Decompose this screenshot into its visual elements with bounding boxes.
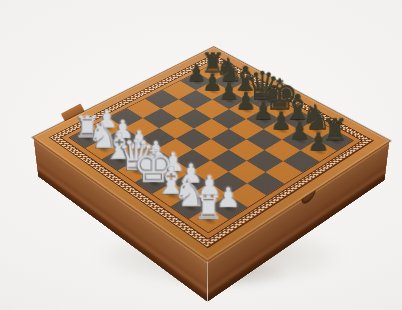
chess-box: ♜♞♝♛♚♝♞♜♟♟♟♟♟♟♟♟♟♟♟♟♟♟♟♟♜♞♝♛♚♝♞♜ bbox=[33, 47, 389, 260]
white-rook-h1[interactable]: ♜ bbox=[175, 191, 241, 224]
stage: ♜♞♝♛♚♝♞♜♟♟♟♟♟♟♟♟♟♟♟♟♟♟♟♟♜♞♝♛♚♝♞♜ bbox=[0, 0, 402, 310]
chessboard: ♜♞♝♛♚♝♞♜♟♟♟♟♟♟♟♟♟♟♟♟♟♟♟♟♜♞♝♛♚♝♞♜ bbox=[33, 47, 389, 260]
black-pawn-h7[interactable]: ♟ bbox=[288, 129, 349, 154]
